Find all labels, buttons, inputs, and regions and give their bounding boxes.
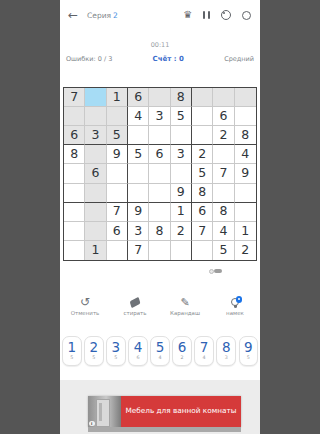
- sudoku-cell-r7c6[interactable]: 1: [171, 203, 192, 222]
- sudoku-app: ← Серия2 ♛ 00:11 Ошибки: 0 / 3 Счёт : 0 …: [60, 0, 260, 434]
- sudoku-cell-r3c8[interactable]: 2: [213, 126, 234, 145]
- numpad-key-6[interactable]: 62: [172, 336, 192, 366]
- sudoku-cell-r6c9[interactable]: [235, 184, 256, 203]
- sudoku-cell-r3c5[interactable]: [149, 126, 170, 145]
- sudoku-cell-r5c2[interactable]: 6: [85, 164, 106, 183]
- sudoku-cell-r1c2[interactable]: [85, 88, 106, 107]
- sudoku-cell-r6c2[interactable]: [85, 184, 106, 203]
- sudoku-cell-r7c3[interactable]: 7: [107, 203, 128, 222]
- ad-headline: Мебель для ванной комнаты: [126, 407, 237, 415]
- score: Счёт : 0: [153, 55, 184, 63]
- sudoku-cell-r8c2[interactable]: [85, 222, 106, 241]
- pencil-icon: ✎: [180, 297, 189, 308]
- sudoku-cell-r2c1[interactable]: [64, 107, 85, 126]
- sudoku-cell-r8c7[interactable]: 7: [192, 222, 213, 241]
- sudoku-cell-r6c8[interactable]: [213, 184, 234, 203]
- numpad-key-1[interactable]: 15: [62, 336, 82, 366]
- sudoku-cell-r4c5[interactable]: 6: [149, 145, 170, 164]
- series-text: Серия: [87, 11, 111, 20]
- ad-photo: i: [88, 396, 121, 427]
- settings-gear-icon[interactable]: [242, 11, 251, 20]
- sudoku-cell-r3c1[interactable]: 6: [64, 126, 85, 145]
- undo-icon: ↺: [80, 296, 90, 308]
- sudoku-cell-r1c1[interactable]: 7: [64, 88, 85, 107]
- numpad: 152535465462748395: [62, 336, 258, 366]
- sudoku-cell-r1c4[interactable]: 6: [128, 88, 149, 107]
- sudoku-cell-r9c7[interactable]: [192, 241, 213, 260]
- sudoku-cell-r6c3[interactable]: [107, 184, 128, 203]
- ad-banner[interactable]: i Мебель для ванной комнаты: [88, 396, 241, 427]
- sudoku-cell-r8c8[interactable]: 4: [213, 222, 234, 241]
- difficulty-label: Средний: [224, 55, 254, 63]
- numpad-key-8[interactable]: 83: [216, 336, 236, 366]
- timer: 00:11: [60, 41, 260, 49]
- sudoku-cell-r5c6[interactable]: [171, 164, 192, 183]
- undo-button[interactable]: ↺ Отменить: [63, 295, 107, 323]
- pencil-label: Карандаш: [170, 310, 200, 316]
- crown-icon[interactable]: ♛: [183, 10, 192, 20]
- hint-bulb-icon: [231, 298, 239, 306]
- sudoku-cell-r4c3[interactable]: 9: [107, 145, 128, 164]
- ad-bottom-strip: [88, 427, 241, 432]
- back-icon[interactable]: ←: [68, 8, 78, 22]
- sudoku-cell-r4c2[interactable]: [85, 145, 106, 164]
- pause-icon[interactable]: [203, 11, 210, 19]
- sudoku-cell-r6c5[interactable]: [149, 184, 170, 203]
- ad-info-icon[interactable]: i: [89, 421, 95, 427]
- sudoku-cell-r1c7[interactable]: [192, 88, 213, 107]
- sudoku-cell-r8c5[interactable]: 8: [149, 222, 170, 241]
- sudoku-cell-r4c8[interactable]: [213, 145, 234, 164]
- erase-label: стирать: [123, 310, 146, 316]
- sudoku-grid: 7168435663528895632465799879168638274117…: [63, 87, 257, 261]
- sudoku-cell-r2c9[interactable]: [235, 107, 256, 126]
- sudoku-cell-r8c1[interactable]: [64, 222, 85, 241]
- numpad-key-9[interactable]: 95: [239, 336, 259, 366]
- sudoku-cell-r8c6[interactable]: 2: [171, 222, 192, 241]
- sudoku-cell-r4c4[interactable]: 5: [128, 145, 149, 164]
- sudoku-cell-r4c7[interactable]: 2: [192, 145, 213, 164]
- sudoku-cell-r5c4[interactable]: [128, 164, 149, 183]
- sudoku-cell-r3c4[interactable]: [128, 126, 149, 145]
- numpad-key-5[interactable]: 54: [150, 336, 170, 366]
- sudoku-cell-r4c6[interactable]: 3: [171, 145, 192, 164]
- sudoku-cell-r9c9[interactable]: 2: [235, 241, 256, 260]
- numpad-key-2[interactable]: 25: [84, 336, 104, 366]
- pencil-button[interactable]: ✎ Карандаш: [163, 295, 207, 323]
- sudoku-cell-r6c7[interactable]: 8: [192, 184, 213, 203]
- sudoku-cell-r7c5[interactable]: [149, 203, 170, 222]
- sudoku-cell-r9c3[interactable]: [107, 241, 128, 260]
- numpad-key-3[interactable]: 35: [106, 336, 126, 366]
- series-number: 2: [113, 11, 118, 20]
- sudoku-cell-r2c8[interactable]: 6: [213, 107, 234, 126]
- sudoku-cell-r6c4[interactable]: [128, 184, 149, 203]
- sudoku-cell-r8c9[interactable]: 1: [235, 222, 256, 241]
- sudoku-cell-r4c9[interactable]: 4: [235, 145, 256, 164]
- sudoku-cell-r3c2[interactable]: 3: [85, 126, 106, 145]
- mini-toggle[interactable]: [209, 268, 222, 274]
- sudoku-cell-r8c4[interactable]: 3: [128, 222, 149, 241]
- sudoku-cell-r7c4[interactable]: 9: [128, 203, 149, 222]
- palette-icon[interactable]: [221, 10, 231, 20]
- sudoku-cell-r2c3[interactable]: [107, 107, 128, 126]
- sudoku-cell-r7c7[interactable]: 6: [192, 203, 213, 222]
- sudoku-cell-r1c6[interactable]: 8: [171, 88, 192, 107]
- sudoku-cell-r8c3[interactable]: 6: [107, 222, 128, 241]
- sudoku-cell-r5c9[interactable]: 9: [235, 164, 256, 183]
- hint-badge: [236, 296, 243, 303]
- bottom-section: i Мебель для ванной комнаты: [60, 380, 260, 434]
- sudoku-cell-r5c8[interactable]: 7: [213, 164, 234, 183]
- sudoku-cell-r3c3[interactable]: 5: [107, 126, 128, 145]
- status-row: Ошибки: 0 / 3 Счёт : 0 Средний: [66, 55, 254, 63]
- sudoku-cell-r1c3[interactable]: 1: [107, 88, 128, 107]
- sudoku-cell-r5c5[interactable]: [149, 164, 170, 183]
- sudoku-cell-r5c7[interactable]: 5: [192, 164, 213, 183]
- sudoku-cell-r9c4[interactable]: 7: [128, 241, 149, 260]
- sudoku-cell-r1c9[interactable]: [235, 88, 256, 107]
- sudoku-cell-r7c8[interactable]: 8: [213, 203, 234, 222]
- sudoku-cell-r2c5[interactable]: 3: [149, 107, 170, 126]
- numpad-key-4[interactable]: 46: [128, 336, 148, 366]
- sudoku-cell-r5c3[interactable]: [107, 164, 128, 183]
- sudoku-cell-r2c6[interactable]: 5: [171, 107, 192, 126]
- mistakes-counter: Ошибки: 0 / 3: [66, 55, 112, 63]
- hint-label: намек: [226, 310, 244, 316]
- hint-button[interactable]: намек: [213, 295, 257, 323]
- undo-label: Отменить: [71, 310, 100, 316]
- sudoku-cell-r9c1[interactable]: [64, 241, 85, 260]
- app-bar: ← Серия2 ♛: [60, 0, 260, 30]
- sudoku-cell-r7c2[interactable]: [85, 203, 106, 222]
- sudoku-cell-r3c7[interactable]: [192, 126, 213, 145]
- sudoku-cell-r2c4[interactable]: 4: [128, 107, 149, 126]
- sudoku-cell-r2c2[interactable]: [85, 107, 106, 126]
- app-bar-icons: ♛: [183, 10, 251, 20]
- sudoku-cell-r9c8[interactable]: 5: [213, 241, 234, 260]
- sudoku-cell-r9c6[interactable]: [171, 241, 192, 260]
- sudoku-cell-r4c1[interactable]: 8: [64, 145, 85, 164]
- numpad-key-7[interactable]: 74: [194, 336, 214, 366]
- sudoku-cell-r6c1[interactable]: [64, 184, 85, 203]
- sudoku-cell-r1c8[interactable]: [213, 88, 234, 107]
- sudoku-cell-r1c5[interactable]: [149, 88, 170, 107]
- sudoku-cell-r3c6[interactable]: [171, 126, 192, 145]
- sudoku-cell-r6c6[interactable]: 9: [171, 184, 192, 203]
- erase-button[interactable]: стирать: [113, 295, 157, 323]
- sudoku-cell-r5c1[interactable]: [64, 164, 85, 183]
- sudoku-cell-r7c9[interactable]: [235, 203, 256, 222]
- sudoku-cell-r7c1[interactable]: [64, 203, 85, 222]
- sudoku-cell-r3c9[interactable]: 8: [235, 126, 256, 145]
- sudoku-cell-r9c5[interactable]: [149, 241, 170, 260]
- sudoku-cell-r2c7[interactable]: [192, 107, 213, 126]
- sudoku-cell-r9c2[interactable]: 1: [85, 241, 106, 260]
- toolbar: ↺ Отменить стирать ✎ Карандаш намек: [60, 295, 260, 323]
- eraser-icon: [130, 296, 141, 307]
- series-label: Серия2: [87, 11, 118, 20]
- ad-red-panel: Мебель для ванной комнаты: [121, 396, 241, 427]
